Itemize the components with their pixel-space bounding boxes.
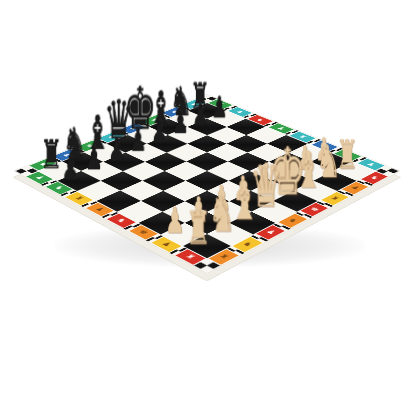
- frame-tile-illustration: ♟: [93, 206, 106, 212]
- frame-tile-illustration: ♟: [33, 175, 45, 181]
- frame-tile-illustration: ♚: [137, 229, 150, 236]
- frame-tile-illustration: ♞: [254, 118, 265, 123]
- frame-tile-illustration: ♜: [183, 253, 197, 260]
- white-rook[interactable]: ♜: [186, 205, 211, 250]
- frame-tile-illustration: ♞: [115, 217, 128, 223]
- frame-tile-illustration: ♟: [349, 185, 361, 191]
- product-photo: ♜♟♞♟♜♟♞♟ ♟♞♜♟♞♚♟♜ ♟♞♜♟♞♚♟♞ ♞♟♜♚♞♟♞♜ ♜♟♟♜…: [0, 0, 416, 416]
- frame-tile-illustration: ♟: [365, 162, 377, 167]
- frame-tile-illustration: ♞: [53, 185, 65, 191]
- black-pawn[interactable]: ♟: [61, 152, 79, 185]
- white-knight[interactable]: ♞: [208, 190, 235, 239]
- frame-tile-illustration: ♚: [308, 206, 321, 212]
- frame-tile-illustration: ♟: [234, 110, 245, 114]
- black-pawn[interactable]: ♟: [85, 142, 103, 174]
- black-pawn[interactable]: ♟: [211, 92, 227, 121]
- black-rook[interactable]: ♜: [40, 134, 62, 174]
- frame-tile-illustration: ♜: [73, 195, 86, 201]
- frame-tile-illustration: ♟: [160, 241, 174, 248]
- frame-tile-illustration: ♜: [329, 195, 342, 201]
- frame-tile-illustration: ♞: [368, 175, 380, 181]
- frame-tile-illustration: ♞: [286, 217, 299, 223]
- frame-tile-illustration: ♜: [217, 253, 231, 260]
- frame-tile-illustration: ♞: [241, 241, 255, 248]
- frame-tile-illustration: ♟: [264, 229, 277, 236]
- white-pawn[interactable]: ♟: [165, 203, 185, 239]
- frame-tile-illustration: ♟: [275, 126, 286, 131]
